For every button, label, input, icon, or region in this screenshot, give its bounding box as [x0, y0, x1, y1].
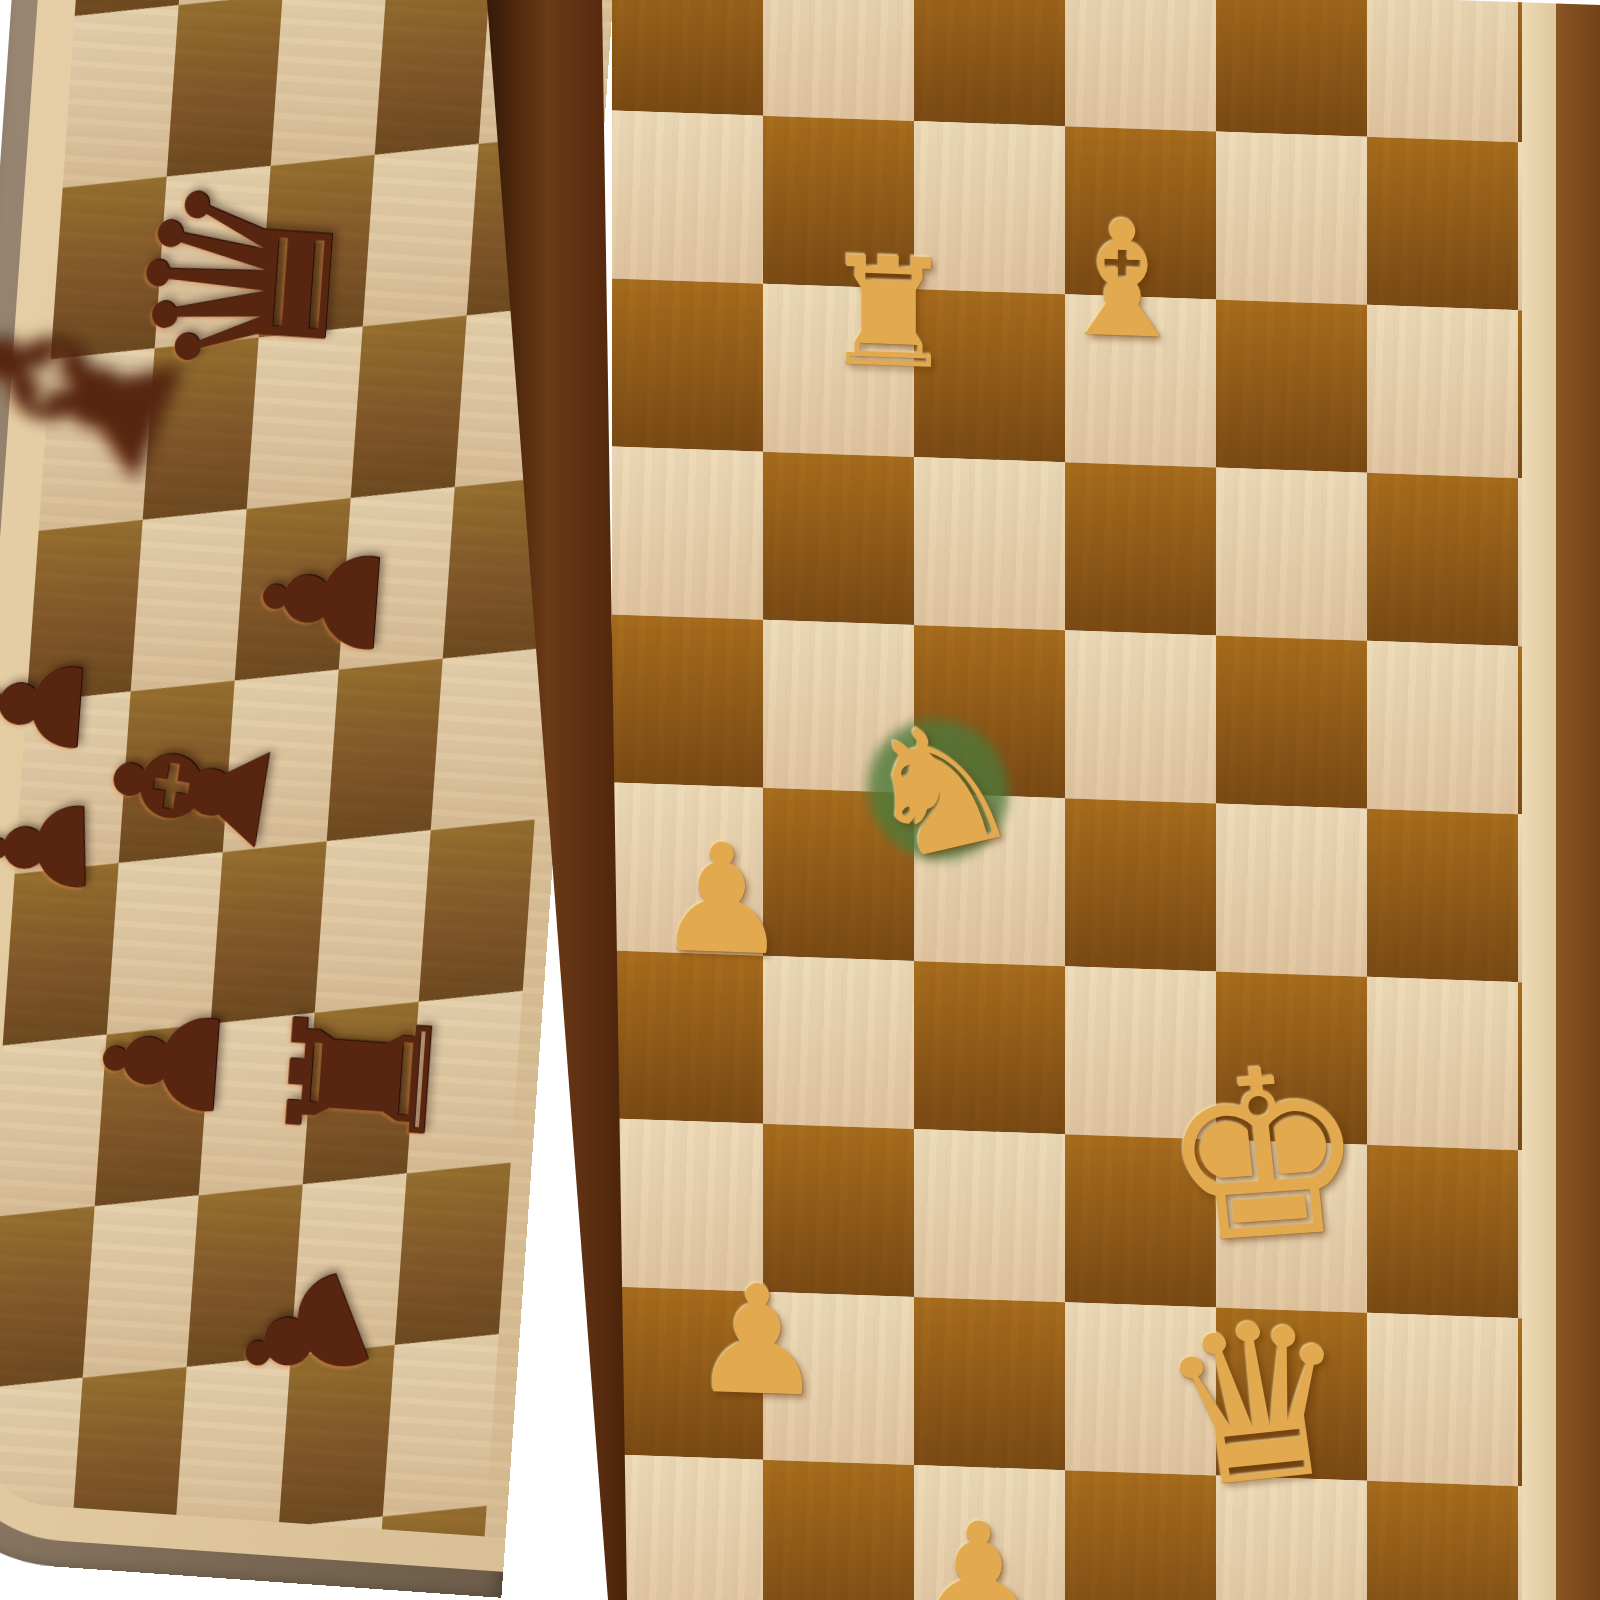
black-rook-piece: ♜ — [262, 984, 463, 1167]
black-pawn-1-piece: ♟ — [241, 525, 405, 674]
white-king-piece: ♚ — [1150, 1034, 1379, 1278]
chess-photo-scene: ♛♝♟♟♝♟♟♜♟ ♜♝♞♟♚♟♛♟ — [0, 0, 1600, 1600]
black-pawn-3-piece: ♟ — [0, 786, 106, 909]
white-bishop-piece: ♝ — [1051, 198, 1194, 363]
white-knight-piece: ♞ — [842, 689, 1033, 889]
white-rook-piece: ♜ — [821, 236, 955, 391]
right-board-outer-frame — [1556, 3, 1600, 1600]
white-pawn-3-piece: ♟ — [911, 1501, 1045, 1600]
black-pawn-4-piece: ♟ — [80, 987, 244, 1136]
right-board-pieces-layer: ♜♝♞♟♚♟♛♟ — [612, 0, 1522, 1600]
right-board-cream-border — [1522, 2, 1556, 1600]
white-queen-piece: ♛ — [1148, 1287, 1369, 1521]
black-pawn-5-piece: ♟ — [205, 1244, 400, 1429]
white-pawn-1-piece: ♟ — [655, 822, 789, 977]
white-pawn-2-piece: ♟ — [690, 1263, 824, 1418]
right-board: ♜♝♞♟♚♟♛♟ — [598, 0, 1600, 1600]
